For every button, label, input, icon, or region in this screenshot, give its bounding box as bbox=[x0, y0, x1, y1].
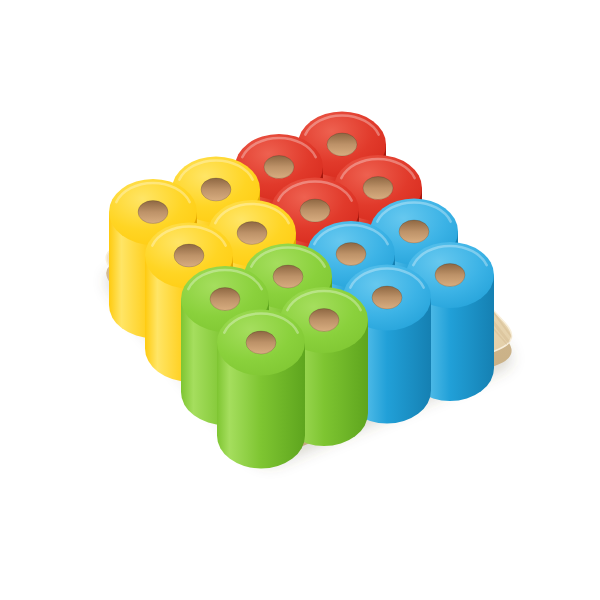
peg-hole bbox=[201, 178, 231, 201]
peg-hole bbox=[174, 244, 204, 267]
peg-hole bbox=[363, 177, 393, 200]
peg-hole bbox=[237, 222, 267, 245]
product-photo-stage bbox=[0, 0, 600, 600]
peg-hole bbox=[246, 331, 276, 354]
peg-hole bbox=[399, 220, 429, 243]
peg-hole bbox=[300, 199, 330, 222]
peg-hole bbox=[138, 201, 168, 224]
peg-hole bbox=[327, 133, 357, 156]
pegs bbox=[109, 112, 494, 469]
peg-hole bbox=[336, 243, 366, 266]
peg-hole bbox=[264, 156, 294, 179]
peg-hole bbox=[210, 288, 240, 311]
peg-board-scene bbox=[0, 0, 600, 600]
peg-green-r3c0[interactable] bbox=[217, 310, 305, 469]
peg-hole bbox=[309, 309, 339, 332]
peg-hole bbox=[273, 265, 303, 288]
peg-hole bbox=[372, 286, 402, 309]
peg-hole bbox=[435, 264, 465, 287]
